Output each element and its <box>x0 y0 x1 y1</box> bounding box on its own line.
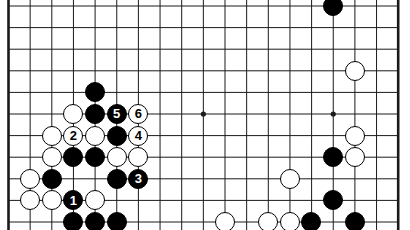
white-stone-move-2: 2 <box>63 126 83 146</box>
white-stone <box>20 190 40 210</box>
white-stone <box>107 147 127 167</box>
move-number: 1 <box>70 193 77 206</box>
black-stone-move-5: 5 <box>107 104 127 124</box>
black-stone <box>85 104 105 124</box>
black-stone <box>63 212 83 230</box>
black-stone <box>85 147 105 167</box>
black-stone <box>107 169 127 189</box>
white-stone <box>20 169 40 189</box>
go-board-diagram: 562431 <box>0 0 410 230</box>
white-stone <box>42 190 62 210</box>
white-stone <box>345 61 365 81</box>
black-stone <box>323 0 343 16</box>
white-stone <box>128 147 148 167</box>
white-stone <box>258 212 278 230</box>
black-stone <box>107 212 127 230</box>
black-stone <box>85 82 105 102</box>
white-stone <box>280 169 300 189</box>
white-stone <box>345 147 365 167</box>
white-stone-move-6: 6 <box>128 104 148 124</box>
move-number: 2 <box>70 129 77 142</box>
move-number: 3 <box>135 172 142 185</box>
black-stone-move-3: 3 <box>128 169 148 189</box>
black-stone <box>323 190 343 210</box>
black-stone <box>42 169 62 189</box>
white-stone <box>42 126 62 146</box>
white-stone <box>85 126 105 146</box>
black-stone <box>107 126 127 146</box>
stones-layer: 562431 <box>0 0 409 230</box>
white-stone <box>345 126 365 146</box>
black-stone <box>345 212 365 230</box>
white-stone <box>215 212 235 230</box>
white-stone <box>85 190 105 210</box>
black-stone-move-1: 1 <box>63 190 83 210</box>
black-stone <box>85 212 105 230</box>
white-stone <box>63 104 83 124</box>
black-stone <box>323 147 343 167</box>
white-stone <box>42 147 62 167</box>
move-number: 4 <box>135 129 142 142</box>
move-number: 5 <box>113 107 120 120</box>
white-stone-move-4: 4 <box>128 126 148 146</box>
black-stone <box>63 147 83 167</box>
move-number: 6 <box>135 107 142 120</box>
white-stone <box>280 212 300 230</box>
black-stone <box>301 212 321 230</box>
